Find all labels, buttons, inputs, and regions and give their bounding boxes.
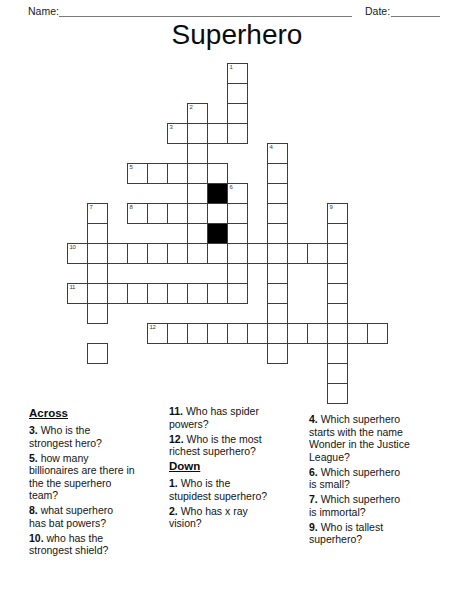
clue-4-down: 4. Which superhero starts with the name … <box>309 413 469 463</box>
clue-5-across: 5. how many billionaires are there in th… <box>29 452 169 502</box>
grid-cell[interactable] <box>347 323 368 344</box>
grid-cell[interactable] <box>327 283 348 304</box>
clue-10-across: 10. who has the strongest shield? <box>29 532 169 557</box>
grid-cell[interactable] <box>267 223 288 244</box>
grid-cell[interactable]: 10 <box>67 243 88 264</box>
clue-num-label: 5. <box>29 452 41 464</box>
grid-cell[interactable] <box>287 243 308 264</box>
grid-cell[interactable] <box>267 163 288 184</box>
clue-text: Which superhero starts with the name Won… <box>309 413 410 463</box>
name-label: Name: <box>28 5 59 17</box>
grid-cell[interactable] <box>247 243 268 264</box>
clue-text: Which superhero is small? <box>309 466 400 491</box>
grid-cell[interactable] <box>327 243 348 264</box>
grid-cell[interactable] <box>187 123 208 144</box>
grid-cell[interactable] <box>107 283 128 304</box>
grid-cell[interactable] <box>267 243 288 264</box>
clue-num-label: 6. <box>309 466 321 478</box>
page-title: Superhero <box>0 21 474 49</box>
black-cell <box>207 183 228 204</box>
grid-cell[interactable] <box>267 343 288 364</box>
clue-9-down: 9. Who is tallest superhero? <box>309 521 469 546</box>
grid-cell[interactable] <box>107 243 128 264</box>
grid-cell[interactable] <box>147 163 168 184</box>
clue-num-label: 4. <box>309 413 321 425</box>
grid-cell[interactable] <box>327 383 348 404</box>
grid-cell[interactable] <box>87 243 108 264</box>
clue-8-across: 8. what superhero has bat powers? <box>29 504 169 529</box>
grid-cell[interactable]: 4 <box>267 143 288 164</box>
clue-number: 1 <box>230 64 233 71</box>
clue-num-label: 10. <box>29 532 47 544</box>
crossword-grid: 123456789101112 <box>67 63 388 404</box>
grid-cell[interactable] <box>327 263 348 284</box>
clue-text: Who has x ray vision? <box>169 505 248 530</box>
grid-cell[interactable] <box>147 203 168 224</box>
grid-cell[interactable] <box>207 323 228 344</box>
grid-cell[interactable] <box>267 183 288 204</box>
clue-number: 7 <box>90 204 93 211</box>
grid-cell[interactable] <box>327 323 348 344</box>
grid-cell[interactable] <box>227 263 248 284</box>
grid-cell[interactable] <box>227 243 248 264</box>
grid-cell[interactable] <box>267 203 288 224</box>
clue-number: 8 <box>130 204 133 211</box>
clue-text: Who is the stupidest superhero? <box>169 477 267 502</box>
grid-cell[interactable] <box>327 223 348 244</box>
grid-cell[interactable]: 5 <box>127 163 148 184</box>
grid-cell[interactable] <box>187 243 208 264</box>
grid-cell[interactable] <box>267 283 288 304</box>
clue-2-down: 2. Who has x ray vision? <box>169 505 309 530</box>
grid-cell[interactable] <box>87 343 108 364</box>
grid-cell[interactable]: 9 <box>327 203 348 224</box>
clue-num-label: 9. <box>309 521 321 533</box>
grid-cell[interactable] <box>127 243 148 264</box>
grid-cell[interactable] <box>147 283 168 304</box>
clue-text: how many billionaires are there in the t… <box>29 452 135 502</box>
clue-num-label: 8. <box>29 504 41 516</box>
grid-cell[interactable] <box>187 323 208 344</box>
clue-num-label: 11. <box>169 405 186 417</box>
grid-cell[interactable] <box>187 223 208 244</box>
clue-num-label: 12. <box>169 433 187 445</box>
clue-number: 9 <box>330 204 333 211</box>
grid-cell[interactable] <box>267 303 288 324</box>
clue-list: Across3. Who is the strongest hero?5. ho… <box>29 404 469 559</box>
clue-6-down: 6. Which superhero is small? <box>309 466 469 491</box>
clue-11-across: 11. Who has spider powers? <box>169 405 309 430</box>
clue-7-down: 7. Which superhero is immortal? <box>309 493 469 518</box>
grid-cell[interactable] <box>87 303 108 324</box>
clue-number: 2 <box>190 104 193 111</box>
grid-cell[interactable] <box>87 283 108 304</box>
grid-cell[interactable] <box>227 283 248 304</box>
down-header: Down <box>169 460 309 473</box>
clue-text: Who is tallest superhero? <box>309 521 383 546</box>
clue-text: Who is the strongest hero? <box>29 424 102 449</box>
grid-cell[interactable] <box>247 323 268 344</box>
grid-cell[interactable] <box>187 203 208 224</box>
clue-number: 4 <box>270 144 273 151</box>
grid-cell[interactable] <box>227 203 248 224</box>
clue-text: Which superhero is immortal? <box>309 493 400 518</box>
clue-text: what superhero has bat powers? <box>29 504 113 529</box>
grid-cell[interactable] <box>167 283 188 304</box>
grid-cell[interactable] <box>127 283 148 304</box>
grid-cell[interactable] <box>207 283 228 304</box>
grid-cell[interactable] <box>227 83 248 104</box>
black-cell <box>207 223 228 244</box>
clue-number: 12 <box>150 324 156 331</box>
grid-cell[interactable] <box>287 323 308 344</box>
grid-cell[interactable] <box>367 323 388 344</box>
grid-cell[interactable] <box>167 243 188 264</box>
grid-cell[interactable] <box>187 143 208 164</box>
grid-cell[interactable] <box>87 223 108 244</box>
grid-cell[interactable] <box>307 323 328 344</box>
grid-cell[interactable]: 1 <box>227 63 248 84</box>
grid-cell[interactable] <box>327 363 348 384</box>
grid-cell[interactable]: 8 <box>127 203 148 224</box>
grid-cell[interactable] <box>227 323 248 344</box>
grid-cell[interactable]: 11 <box>67 283 88 304</box>
grid-cell[interactable]: 7 <box>87 203 108 224</box>
clue-number: 11 <box>70 284 76 291</box>
grid-cell[interactable]: 6 <box>227 183 248 204</box>
grid-cell[interactable]: 3 <box>167 123 188 144</box>
grid-cell[interactable]: 12 <box>147 323 168 344</box>
grid-cell[interactable] <box>327 303 348 324</box>
grid-cell[interactable]: 2 <box>187 103 208 124</box>
clue-3-across: 3. Who is the strongest hero? <box>29 424 169 449</box>
grid-cell[interactable] <box>227 123 248 144</box>
grid-cell[interactable] <box>307 243 328 264</box>
grid-cell[interactable] <box>167 203 188 224</box>
clue-column-left: Across3. Who is the strongest hero?5. ho… <box>29 404 169 559</box>
clue-number: 5 <box>130 164 133 171</box>
grid-cell[interactable] <box>187 163 208 184</box>
clue-num-label: 3. <box>29 424 41 436</box>
grid-cell[interactable] <box>187 283 208 304</box>
clue-number: 3 <box>170 124 173 131</box>
name-input-line[interactable] <box>59 6 352 17</box>
grid-cell[interactable] <box>267 323 288 344</box>
clue-num-label: 2. <box>169 505 181 517</box>
worksheet-page: Name: Date: Superhero 123456789101112 Ac… <box>0 0 474 613</box>
grid-cell[interactable] <box>207 203 228 224</box>
clue-number: 10 <box>70 244 76 251</box>
grid-cell[interactable] <box>87 263 108 284</box>
grid-cell[interactable] <box>267 263 288 284</box>
clue-12-across: 12. Who is the most richest superhero? <box>169 433 309 458</box>
grid-cell[interactable] <box>167 323 188 344</box>
clue-number: 6 <box>230 184 233 191</box>
grid-cell[interactable] <box>207 123 228 144</box>
grid-cell[interactable] <box>187 183 208 204</box>
grid-cell[interactable] <box>227 223 248 244</box>
clue-column-right: 4. Which superhero starts with the name … <box>309 404 469 548</box>
grid-cell[interactable] <box>147 243 168 264</box>
grid-cell[interactable] <box>207 163 228 184</box>
clue-num-label: 7. <box>309 493 321 505</box>
date-input-line[interactable] <box>391 6 440 17</box>
grid-cell[interactable] <box>327 343 348 364</box>
date-label: Date: <box>365 5 390 17</box>
grid-cell[interactable] <box>207 243 228 264</box>
clue-num-label: 1. <box>169 477 181 489</box>
grid-cell[interactable] <box>167 163 188 184</box>
grid-cell[interactable] <box>227 103 248 124</box>
clue-column-middle: 11. Who has spider powers?12. Who is the… <box>169 404 309 532</box>
across-header: Across <box>29 407 169 420</box>
clue-1-down: 1. Who is the stupidest superhero? <box>169 477 309 502</box>
